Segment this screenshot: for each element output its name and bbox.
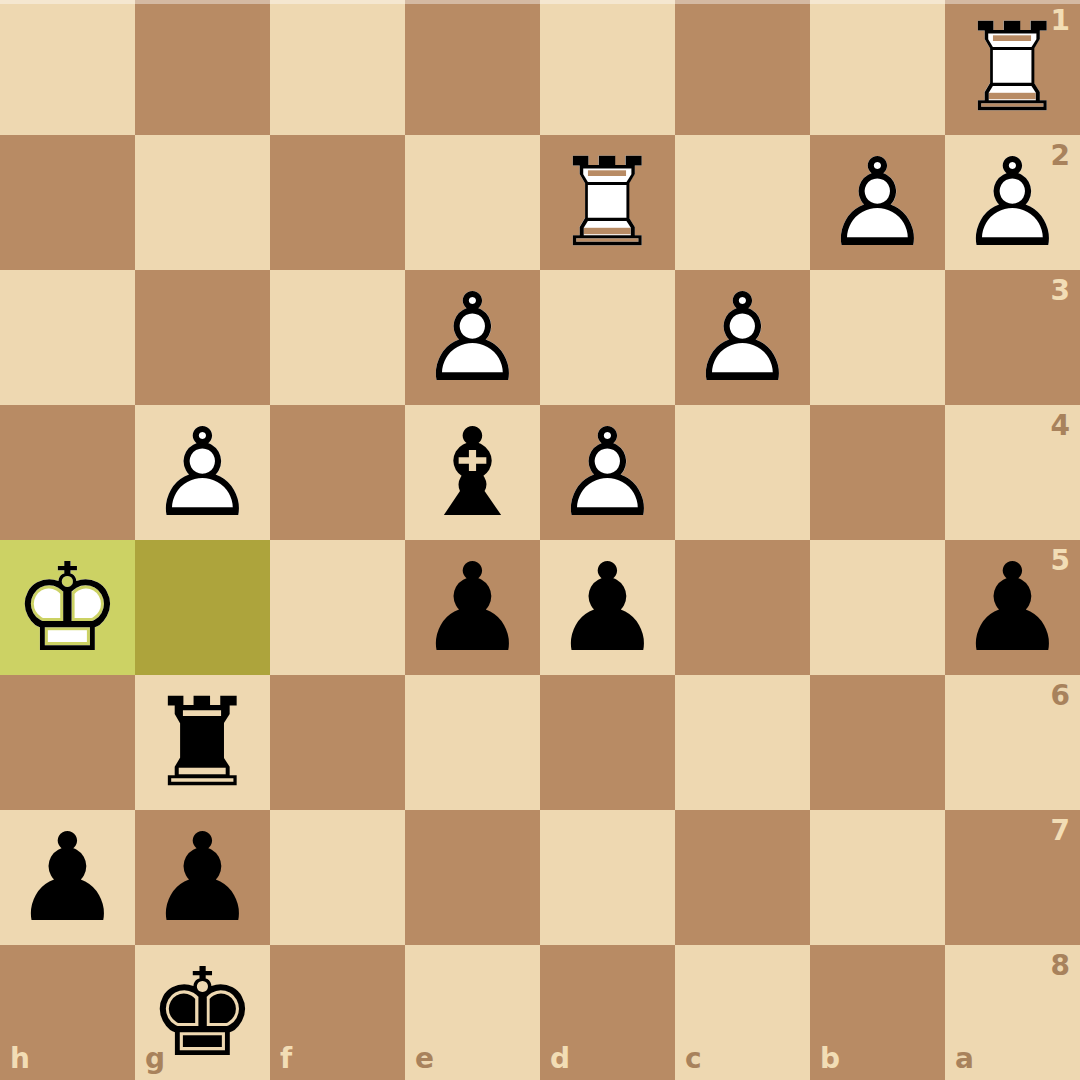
- black-pawn-icon: ♟: [540, 540, 675, 675]
- piece-black-bishop[interactable]: ♝: [405, 405, 540, 540]
- square-e8[interactable]: e: [405, 945, 540, 1080]
- black-pawn-icon: ♟: [0, 810, 135, 945]
- file-label-f: f: [280, 1045, 292, 1073]
- black-pawn-icon: ♟: [405, 540, 540, 675]
- white-king-icon: ♚: [0, 540, 135, 675]
- square-g2[interactable]: [135, 135, 270, 270]
- piece-white-rook[interactable]: ♜♖: [540, 135, 675, 270]
- square-a8[interactable]: a8: [945, 945, 1080, 1080]
- white-pawn-icon: ♟: [810, 135, 945, 270]
- square-e7[interactable]: [405, 810, 540, 945]
- square-e4[interactable]: ♝: [405, 405, 540, 540]
- white-pawn-icon: ♟: [405, 270, 540, 405]
- square-a3[interactable]: 3: [945, 270, 1080, 405]
- square-a5[interactable]: ♟5: [945, 540, 1080, 675]
- square-b8[interactable]: b: [810, 945, 945, 1080]
- white-rook-icon: ♜: [540, 135, 675, 270]
- square-h7[interactable]: ♟: [0, 810, 135, 945]
- square-g1[interactable]: [135, 0, 270, 135]
- square-b7[interactable]: [810, 810, 945, 945]
- rank-label-7: 7: [1051, 817, 1070, 845]
- square-d6[interactable]: [540, 675, 675, 810]
- square-h8[interactable]: h: [0, 945, 135, 1080]
- square-f3[interactable]: [270, 270, 405, 405]
- white-rook-outline-icon: ♖: [540, 135, 675, 270]
- square-g7[interactable]: ♟: [135, 810, 270, 945]
- black-pawn-icon: ♟: [135, 810, 270, 945]
- piece-black-rook[interactable]: ♜: [135, 675, 270, 810]
- rank-label-8: 8: [1051, 952, 1070, 980]
- square-a7[interactable]: 7: [945, 810, 1080, 945]
- square-d8[interactable]: d: [540, 945, 675, 1080]
- rank-label-3: 3: [1051, 277, 1070, 305]
- white-pawn-outline-icon: ♙: [405, 270, 540, 405]
- square-c4[interactable]: [675, 405, 810, 540]
- white-pawn-outline-icon: ♙: [540, 405, 675, 540]
- square-e3[interactable]: ♟♙: [405, 270, 540, 405]
- file-label-c: c: [685, 1045, 702, 1073]
- square-d7[interactable]: [540, 810, 675, 945]
- square-h6[interactable]: [0, 675, 135, 810]
- square-d1[interactable]: [540, 0, 675, 135]
- square-g4[interactable]: ♟♙: [135, 405, 270, 540]
- square-h3[interactable]: [0, 270, 135, 405]
- square-g8[interactable]: ♚g: [135, 945, 270, 1080]
- piece-black-pawn[interactable]: ♟: [0, 810, 135, 945]
- square-c8[interactable]: c: [675, 945, 810, 1080]
- square-d4[interactable]: ♟♙: [540, 405, 675, 540]
- rank-label-4: 4: [1051, 412, 1070, 440]
- square-b1[interactable]: [810, 0, 945, 135]
- square-h2[interactable]: [0, 135, 135, 270]
- square-h1[interactable]: [0, 0, 135, 135]
- square-e5[interactable]: ♟: [405, 540, 540, 675]
- square-d5[interactable]: ♟: [540, 540, 675, 675]
- black-bishop-icon: ♝: [405, 405, 540, 540]
- white-pawn-icon: ♟: [135, 405, 270, 540]
- square-b2[interactable]: ♟♙: [810, 135, 945, 270]
- square-f2[interactable]: [270, 135, 405, 270]
- square-e6[interactable]: [405, 675, 540, 810]
- rank-label-2: 2: [1051, 142, 1070, 170]
- file-label-g: g: [145, 1045, 165, 1073]
- piece-black-pawn[interactable]: ♟: [135, 810, 270, 945]
- white-pawn-outline-icon: ♙: [675, 270, 810, 405]
- square-c3[interactable]: ♟♙: [675, 270, 810, 405]
- piece-white-pawn[interactable]: ♟♙: [135, 405, 270, 540]
- square-c1[interactable]: [675, 0, 810, 135]
- piece-white-pawn[interactable]: ♟♙: [675, 270, 810, 405]
- square-a1[interactable]: ♜♖1: [945, 0, 1080, 135]
- file-label-e: e: [415, 1045, 434, 1073]
- square-f6[interactable]: [270, 675, 405, 810]
- square-g6[interactable]: ♜: [135, 675, 270, 810]
- square-h5[interactable]: ♚♔: [0, 540, 135, 675]
- black-rook-icon: ♜: [135, 675, 270, 810]
- square-c5[interactable]: [675, 540, 810, 675]
- rank-label-1: 1: [1051, 7, 1070, 35]
- square-d2[interactable]: ♜♖: [540, 135, 675, 270]
- square-e2[interactable]: [405, 135, 540, 270]
- square-c6[interactable]: [675, 675, 810, 810]
- square-b6[interactable]: [810, 675, 945, 810]
- white-pawn-outline-icon: ♙: [135, 405, 270, 540]
- square-c7[interactable]: [675, 810, 810, 945]
- square-b3[interactable]: [810, 270, 945, 405]
- square-d3[interactable]: [540, 270, 675, 405]
- file-label-b: b: [820, 1045, 840, 1073]
- file-label-d: d: [550, 1045, 570, 1073]
- square-a6[interactable]: 6: [945, 675, 1080, 810]
- white-king-outline-icon: ♔: [0, 540, 135, 675]
- square-g3[interactable]: [135, 270, 270, 405]
- file-label-h: h: [10, 1045, 30, 1073]
- square-a4[interactable]: 4: [945, 405, 1080, 540]
- rank-label-5: 5: [1051, 547, 1070, 575]
- square-g5[interactable]: [135, 540, 270, 675]
- square-f5[interactable]: [270, 540, 405, 675]
- file-label-a: a: [955, 1045, 974, 1073]
- piece-white-pawn[interactable]: ♟♙: [810, 135, 945, 270]
- piece-black-pawn[interactable]: ♟: [540, 540, 675, 675]
- white-pawn-outline-icon: ♙: [810, 135, 945, 270]
- piece-white-king[interactable]: ♚♔: [0, 540, 135, 675]
- chess-board: ♜♖1♜♖♟♙♟♙2♟♙♟♙3♟♙♝♟♙4♚♔♟♟♟5♜6♟♟7h♚gfedcb…: [0, 0, 1080, 1080]
- white-pawn-icon: ♟: [675, 270, 810, 405]
- piece-white-pawn[interactable]: ♟♙: [540, 405, 675, 540]
- square-b4[interactable]: [810, 405, 945, 540]
- white-pawn-icon: ♟: [540, 405, 675, 540]
- piece-white-pawn[interactable]: ♟♙: [405, 270, 540, 405]
- square-b5[interactable]: [810, 540, 945, 675]
- square-e1[interactable]: [405, 0, 540, 135]
- square-f1[interactable]: [270, 0, 405, 135]
- square-h4[interactable]: [0, 405, 135, 540]
- square-f8[interactable]: f: [270, 945, 405, 1080]
- rank-label-6: 6: [1051, 682, 1070, 710]
- square-f4[interactable]: [270, 405, 405, 540]
- square-f7[interactable]: [270, 810, 405, 945]
- square-c2[interactable]: [675, 135, 810, 270]
- piece-black-pawn[interactable]: ♟: [405, 540, 540, 675]
- square-a2[interactable]: ♟♙2: [945, 135, 1080, 270]
